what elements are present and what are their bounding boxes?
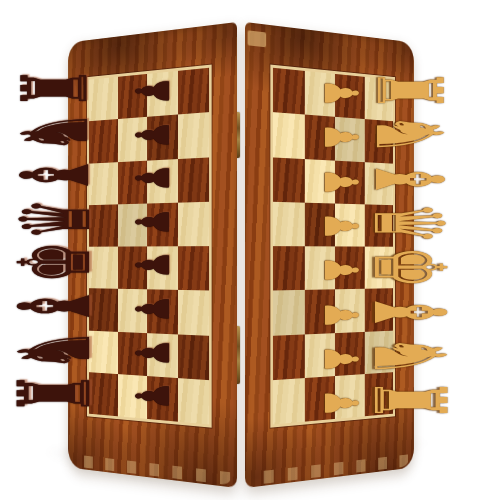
light-pawn[interactable]: ♟	[316, 209, 365, 243]
board-square	[178, 112, 210, 158]
light-pawn[interactable]: ♟	[316, 165, 365, 199]
light-rook[interactable]: ♜	[355, 375, 463, 425]
light-queen[interactable]: ♛	[357, 198, 462, 248]
board-square	[178, 246, 210, 291]
board-square	[273, 202, 305, 247]
dark-pawn[interactable]: ♟	[128, 379, 177, 413]
finger-joints	[72, 454, 233, 485]
board-square	[273, 112, 305, 158]
dark-rook[interactable]: ♜	[1, 368, 109, 418]
board-square	[178, 378, 210, 425]
board-square	[178, 68, 210, 115]
light-pawn[interactable]: ♟	[316, 253, 365, 287]
board-square	[178, 290, 210, 335]
wood-inlay	[248, 30, 267, 47]
light-pawn[interactable]: ♟	[316, 342, 365, 376]
dark-pawn[interactable]: ♟	[128, 336, 177, 370]
light-bishop[interactable]: ♝	[358, 154, 461, 204]
light-pawn[interactable]: ♟	[316, 386, 365, 420]
board-square	[273, 378, 305, 425]
board-square	[273, 246, 305, 291]
light-rook[interactable]: ♜	[360, 65, 458, 115]
chess-set-photo: ♜♟♞♟♝♟♛♟♚♟♝♟♞♟♜♟♜♟♞♟♝♟♛♟♚♟♝♟♞♟♜♟	[0, 0, 478, 500]
dark-pawn[interactable]: ♟	[128, 292, 177, 326]
light-pawn[interactable]: ♟	[316, 298, 365, 332]
dark-bishop[interactable]: ♝	[4, 150, 107, 200]
dark-rook[interactable]: ♜	[6, 63, 104, 113]
dark-pawn[interactable]: ♟	[128, 161, 177, 195]
light-knight[interactable]: ♞	[359, 109, 459, 159]
board-square	[273, 157, 305, 202]
light-bishop[interactable]: ♝	[355, 287, 463, 337]
dark-king[interactable]: ♚	[1, 237, 109, 287]
light-pawn[interactable]: ♟	[316, 76, 365, 110]
board-square	[273, 68, 305, 115]
dark-bishop[interactable]: ♝	[1, 281, 109, 331]
board-square	[178, 202, 210, 247]
dark-pawn[interactable]: ♟	[128, 74, 177, 108]
dark-pawn[interactable]: ♟	[128, 118, 177, 152]
board-square	[273, 290, 305, 335]
finger-joints	[249, 454, 410, 485]
light-king[interactable]: ♚	[355, 242, 463, 292]
board-square	[178, 157, 210, 202]
dark-pawn[interactable]: ♟	[128, 248, 177, 282]
board-square	[273, 334, 305, 380]
dark-pawn[interactable]: ♟	[128, 205, 177, 239]
light-knight[interactable]: ♞	[355, 331, 463, 381]
board-square	[178, 334, 210, 380]
light-pawn[interactable]: ♟	[316, 120, 365, 154]
